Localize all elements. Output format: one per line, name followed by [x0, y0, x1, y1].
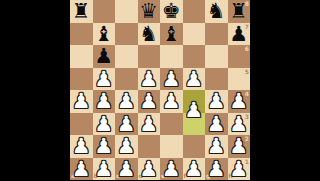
square-b1[interactable]: ♟b: [93, 158, 116, 181]
square-d7[interactable]: ♞: [138, 23, 161, 46]
white-pawn[interactable]: ♟: [93, 68, 116, 91]
white-pawn[interactable]: ♟: [205, 90, 228, 113]
black-bishop[interactable]: ♝: [160, 23, 183, 46]
white-pawn[interactable]: ♟: [183, 68, 206, 91]
square-a4[interactable]: ♟: [70, 90, 93, 113]
white-pawn[interactable]: ♟: [205, 113, 228, 136]
square-b8[interactable]: [93, 0, 116, 23]
white-pawn[interactable]: ♟: [70, 135, 93, 158]
square-a3[interactable]: [70, 113, 93, 136]
white-pawn[interactable]: ♟: [228, 113, 251, 136]
square-d2[interactable]: [138, 135, 161, 158]
square-c5[interactable]: [115, 68, 138, 91]
square-d5[interactable]: ♟: [138, 68, 161, 91]
square-c3[interactable]: ♟: [115, 113, 138, 136]
square-d1[interactable]: ♟d: [138, 158, 161, 181]
square-a8[interactable]: ♜: [70, 0, 93, 23]
square-e6[interactable]: [160, 45, 183, 68]
white-pawn[interactable]: ♟: [70, 90, 93, 113]
chess-board: ♜♛♚♞♜8♝♞♝♟7♟6♟♟♟♟5♟♟♟♟♟♟♟♟4♟♟♟♟♟3♟♟♟♟♟2♟…: [70, 0, 250, 180]
letterbox-left: [0, 0, 70, 180]
square-c1[interactable]: ♟c: [115, 158, 138, 181]
square-f7[interactable]: [183, 23, 206, 46]
square-g2[interactable]: ♟: [205, 135, 228, 158]
square-h7[interactable]: ♟7: [228, 23, 251, 46]
white-pawn[interactable]: ♟: [228, 158, 251, 181]
white-pawn[interactable]: ♟: [115, 90, 138, 113]
black-queen[interactable]: ♛: [138, 0, 161, 23]
square-g3[interactable]: ♟: [205, 113, 228, 136]
square-a7[interactable]: [70, 23, 93, 46]
white-pawn[interactable]: ♟: [93, 113, 116, 136]
square-e2[interactable]: [160, 135, 183, 158]
square-b7[interactable]: ♝: [93, 23, 116, 46]
white-pawn[interactable]: ♟: [93, 135, 116, 158]
white-pawn[interactable]: ♟: [160, 158, 183, 181]
black-pawn[interactable]: ♟: [228, 23, 251, 46]
square-b4[interactable]: ♟: [93, 90, 116, 113]
square-g6[interactable]: [205, 45, 228, 68]
black-rook[interactable]: ♜: [70, 0, 93, 23]
square-a1[interactable]: ♟a: [70, 158, 93, 181]
square-c7[interactable]: [115, 23, 138, 46]
white-pawn[interactable]: ♟: [138, 68, 161, 91]
white-pawn[interactable]: ♟: [138, 113, 161, 136]
square-d4[interactable]: ♟: [138, 90, 161, 113]
square-g4[interactable]: ♟: [205, 90, 228, 113]
square-g1[interactable]: ♟g: [205, 158, 228, 181]
square-f5[interactable]: ♟: [183, 68, 206, 91]
black-knight[interactable]: ♞: [205, 0, 228, 23]
white-pawn[interactable]: ♟: [93, 90, 116, 113]
white-pawn[interactable]: ♟: [160, 68, 183, 91]
white-pawn[interactable]: ♟: [205, 158, 228, 181]
square-a2[interactable]: ♟: [70, 135, 93, 158]
square-c6[interactable]: [115, 45, 138, 68]
square-b5[interactable]: ♟: [93, 68, 116, 91]
white-pawn[interactable]: ♟: [160, 90, 183, 113]
white-pawn[interactable]: ♟: [205, 135, 228, 158]
black-pawn[interactable]: ♟: [93, 45, 116, 68]
rank-label-5: 5: [245, 69, 249, 75]
square-f1[interactable]: ♟f: [183, 158, 206, 181]
rank-label-6: 6: [245, 46, 249, 52]
square-f8[interactable]: [183, 0, 206, 23]
black-bishop[interactable]: ♝: [93, 23, 116, 46]
black-king[interactable]: ♚: [160, 0, 183, 23]
square-f4[interactable]: ♟: [183, 90, 206, 113]
square-f2[interactable]: [183, 135, 206, 158]
square-h1[interactable]: ♟1h: [228, 158, 251, 181]
square-e8[interactable]: ♚: [160, 0, 183, 23]
square-c2[interactable]: ♟: [115, 135, 138, 158]
square-a6[interactable]: [70, 45, 93, 68]
black-rook[interactable]: ♜: [228, 0, 251, 23]
square-e4[interactable]: ♟: [160, 90, 183, 113]
white-pawn[interactable]: ♟: [183, 99, 206, 122]
square-d8[interactable]: ♛: [138, 0, 161, 23]
square-g5[interactable]: [205, 68, 228, 91]
square-h2[interactable]: ♟2: [228, 135, 251, 158]
square-d3[interactable]: ♟: [138, 113, 161, 136]
square-b6[interactable]: ♟: [93, 45, 116, 68]
video-frame: ♜♛♚♞♜8♝♞♝♟7♟6♟♟♟♟5♟♟♟♟♟♟♟♟4♟♟♟♟♟3♟♟♟♟♟2♟…: [0, 0, 320, 180]
white-pawn[interactable]: ♟: [138, 158, 161, 181]
square-d6[interactable]: [138, 45, 161, 68]
white-pawn[interactable]: ♟: [115, 113, 138, 136]
letterbox-right: [250, 0, 320, 180]
square-e3[interactable]: [160, 113, 183, 136]
square-b2[interactable]: ♟: [93, 135, 116, 158]
square-e1[interactable]: ♟e: [160, 158, 183, 181]
square-b3[interactable]: ♟: [93, 113, 116, 136]
square-h3[interactable]: ♟3: [228, 113, 251, 136]
square-a5[interactable]: [70, 68, 93, 91]
black-knight[interactable]: ♞: [138, 23, 161, 46]
white-pawn[interactable]: ♟: [183, 158, 206, 181]
white-pawn[interactable]: ♟: [228, 135, 251, 158]
square-g7[interactable]: [205, 23, 228, 46]
white-pawn[interactable]: ♟: [138, 90, 161, 113]
white-pawn[interactable]: ♟: [228, 90, 251, 113]
white-pawn[interactable]: ♟: [115, 158, 138, 181]
square-h5[interactable]: 5: [228, 68, 251, 91]
square-e5[interactable]: ♟: [160, 68, 183, 91]
white-pawn[interactable]: ♟: [115, 135, 138, 158]
square-g8[interactable]: ♞: [205, 0, 228, 23]
square-h4[interactable]: ♟4: [228, 90, 251, 113]
square-c4[interactable]: ♟: [115, 90, 138, 113]
white-pawn[interactable]: ♟: [93, 158, 116, 181]
square-f6[interactable]: [183, 45, 206, 68]
square-c8[interactable]: [115, 0, 138, 23]
square-h6[interactable]: 6: [228, 45, 251, 68]
square-e7[interactable]: ♝: [160, 23, 183, 46]
white-pawn[interactable]: ♟: [70, 158, 93, 181]
square-h8[interactable]: ♜8: [228, 0, 251, 23]
